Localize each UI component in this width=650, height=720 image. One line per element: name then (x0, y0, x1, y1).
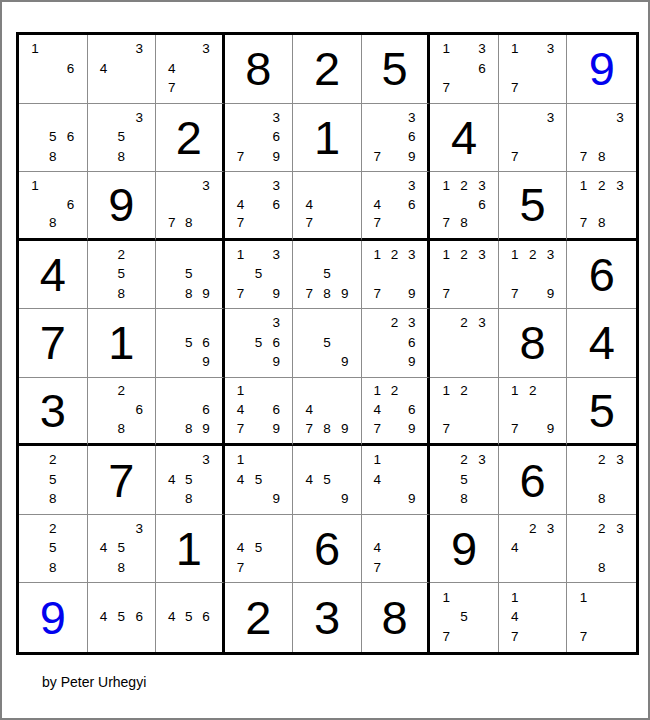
solved-digit: 8 (225, 35, 293, 103)
candidate-digit-slot-5: 5 (44, 127, 62, 147)
candidate-digit-slot-8 (593, 627, 611, 647)
candidate-digit-slot-8 (250, 419, 268, 438)
candidate-digit-slot-4 (95, 264, 113, 284)
candidate-digit-slot-1 (300, 382, 318, 401)
candidates-grid: 37 (499, 104, 567, 172)
candidates-grid: 459 (293, 446, 361, 514)
candidate-digit-slot-9 (542, 558, 560, 578)
candidate-digit-slot-4 (437, 59, 455, 79)
candidate-digit-slot-9 (197, 489, 214, 509)
cell-r3c6[interactable]: 3467 (362, 172, 431, 241)
candidate-digit-slot-4 (163, 195, 180, 214)
cell-r1c3[interactable]: 347 (156, 35, 225, 104)
cell-r8c5[interactable]: 6 (293, 515, 362, 584)
candidate-digit-slot-9 (611, 214, 629, 233)
solved-digit: 4 (430, 104, 498, 172)
candidate-digit-slot-8: 8 (180, 214, 197, 233)
cell-r4c2[interactable]: 258 (88, 241, 157, 310)
candidate-digit-slot-4: 4 (506, 607, 524, 627)
cell-r8c2[interactable]: 3458 (88, 515, 157, 584)
candidate-digit-slot-2 (180, 245, 197, 265)
candidate-digit-slot-6 (336, 333, 354, 353)
cell-r9c3[interactable]: 456 (156, 583, 225, 652)
candidate-digit-slot-5 (386, 470, 403, 490)
candidate-digit-slot-4 (163, 401, 180, 420)
candidates-grid: 3679 (362, 104, 428, 172)
cell-r2c9[interactable]: 378 (567, 104, 636, 173)
candidate-digit-slot-1 (26, 108, 44, 128)
solver-digit: 9 (567, 35, 636, 103)
cell-r7c4[interactable]: 1459 (225, 446, 294, 515)
candidate-digit-slot-4 (437, 195, 455, 214)
candidate-digit-slot-4: 4 (232, 538, 250, 558)
candidate-digit-slot-2 (180, 313, 197, 333)
candidate-digit-slot-6: 6 (267, 127, 285, 147)
candidate-digit-slot-3: 3 (197, 450, 214, 470)
candidate-digit-slot-6 (267, 538, 285, 558)
cell-r2c8[interactable]: 37 (499, 104, 568, 173)
candidate-digit-slot-7: 7 (232, 214, 250, 233)
candidate-digit-slot-1 (163, 587, 180, 607)
candidates-grid: 3458 (156, 446, 222, 514)
candidate-digit-slot-7 (26, 78, 44, 98)
candidate-digit-slot-7 (26, 214, 44, 233)
cell-r7c2[interactable]: 7 (88, 446, 157, 515)
candidates-grid: 1367 (430, 35, 498, 103)
candidate-digit-slot-9 (130, 147, 148, 167)
candidate-digit-slot-4: 4 (369, 195, 386, 214)
cell-r1c1[interactable]: 16 (19, 35, 88, 104)
candidate-digit-slot-6: 6 (197, 607, 214, 627)
candidate-digit-slot-8 (180, 352, 197, 372)
candidate-digit-slot-3 (403, 450, 420, 470)
cell-r7c9[interactable]: 238 (567, 446, 636, 515)
candidate-digit-slot-7: 7 (300, 419, 318, 438)
candidate-digit-slot-1 (300, 450, 318, 470)
candidate-digit-slot-5 (250, 195, 268, 214)
cell-r6c1[interactable]: 3 (19, 378, 88, 447)
candidate-digit-slot-9 (542, 147, 560, 167)
cell-r9c5[interactable]: 3 (293, 583, 362, 652)
cell-r9c7[interactable]: 157 (430, 583, 499, 652)
candidates-grid: 1237 (430, 241, 498, 309)
candidate-digit-slot-8 (524, 147, 542, 167)
cell-r4c3[interactable]: 589 (156, 241, 225, 310)
cell-r2c7[interactable]: 4 (430, 104, 499, 173)
candidate-digit-slot-4 (574, 470, 592, 490)
candidate-digit-slot-5 (524, 127, 542, 147)
candidates-grid: 268 (88, 378, 156, 444)
candidate-digit-slot-1: 1 (574, 176, 592, 195)
candidate-digit-slot-4 (506, 401, 524, 420)
candidate-digit-slot-1: 1 (232, 450, 250, 470)
candidate-digit-slot-9: 9 (336, 352, 354, 372)
candidate-digit-slot-8: 8 (593, 214, 611, 233)
candidate-digit-slot-9: 9 (403, 419, 420, 438)
candidate-digit-slot-7 (300, 352, 318, 372)
cell-r8c1[interactable]: 258 (19, 515, 88, 584)
candidate-digit-slot-7: 7 (369, 284, 386, 304)
candidate-digit-slot-8: 8 (180, 489, 197, 509)
cell-r3c9[interactable]: 12378 (567, 172, 636, 241)
candidate-digit-slot-4 (26, 127, 44, 147)
candidate-digit-slot-1 (163, 39, 180, 59)
candidate-digit-slot-4 (232, 264, 250, 284)
candidate-digit-slot-8 (112, 627, 130, 647)
candidate-digit-slot-3 (336, 382, 354, 401)
candidate-digit-slot-6: 6 (130, 607, 148, 627)
candidate-digit-slot-1 (163, 176, 180, 195)
candidate-digit-slot-2: 2 (112, 382, 130, 401)
candidate-digit-slot-9 (611, 627, 629, 647)
cell-r3c1[interactable]: 168 (19, 172, 88, 241)
candidate-digit-slot-5 (318, 401, 336, 420)
cell-r5c4[interactable]: 3569 (225, 309, 294, 378)
candidates-grid: 13579 (225, 241, 293, 309)
candidate-digit-slot-9: 9 (403, 489, 420, 509)
cell-r4c6[interactable]: 12379 (362, 241, 431, 310)
candidates-grid: 569 (156, 309, 222, 377)
candidate-digit-slot-3 (542, 382, 560, 401)
candidate-digit-slot-1 (95, 108, 113, 128)
candidates-grid: 4789 (293, 378, 361, 444)
candidate-digit-slot-3 (62, 39, 80, 59)
candidate-digit-slot-9: 9 (403, 147, 420, 167)
cell-r5c9[interactable]: 4 (567, 309, 636, 378)
candidate-digit-slot-1 (232, 519, 250, 539)
cell-r7c3[interactable]: 3458 (156, 446, 225, 515)
candidate-digit-slot-6: 6 (267, 333, 285, 353)
cell-r7c7[interactable]: 2358 (430, 446, 499, 515)
candidate-digit-slot-6 (611, 470, 629, 490)
candidate-digit-slot-3 (197, 587, 214, 607)
candidate-digit-slot-8 (386, 214, 403, 233)
cell-r7c5[interactable]: 459 (293, 446, 362, 515)
cell-r7c8[interactable]: 6 (499, 446, 568, 515)
cell-r5c7[interactable]: 23 (430, 309, 499, 378)
cell-r2c3[interactable]: 2 (156, 104, 225, 173)
candidate-digit-slot-1: 1 (232, 245, 250, 265)
candidate-digit-slot-2 (455, 587, 473, 607)
candidate-digit-slot-8 (455, 419, 473, 438)
candidate-digit-slot-2: 2 (524, 519, 542, 539)
candidate-digit-slot-8 (318, 214, 336, 233)
candidate-digit-slot-2: 2 (386, 313, 403, 333)
cell-r3c3[interactable]: 378 (156, 172, 225, 241)
candidate-digit-slot-2 (180, 382, 197, 401)
candidate-digit-slot-6 (542, 127, 560, 147)
cell-r1c4[interactable]: 8 (225, 35, 294, 104)
candidates-grid: 5789 (293, 241, 361, 309)
candidate-digit-slot-4 (437, 607, 455, 627)
candidate-digit-slot-8: 8 (180, 419, 197, 438)
cell-r9c1[interactable]: 9 (19, 583, 88, 652)
candidate-digit-slot-8 (455, 78, 473, 98)
candidate-digit-slot-3 (473, 382, 491, 401)
candidate-digit-slot-7 (26, 147, 44, 167)
cell-r8c7[interactable]: 9 (430, 515, 499, 584)
candidate-digit-slot-8 (524, 284, 542, 304)
cell-r3c4[interactable]: 3467 (225, 172, 294, 241)
cell-r6c3[interactable]: 689 (156, 378, 225, 447)
candidate-digit-slot-5 (593, 607, 611, 627)
candidate-digit-slot-5 (250, 401, 268, 420)
candidate-digit-slot-2 (180, 587, 197, 607)
candidate-digit-slot-8: 8 (593, 147, 611, 167)
candidate-digit-slot-2 (112, 587, 130, 607)
candidate-digit-slot-9 (267, 558, 285, 578)
cell-r5c2[interactable]: 1 (88, 309, 157, 378)
cell-r9c9[interactable]: 17 (567, 583, 636, 652)
cell-r4c9[interactable]: 6 (567, 241, 636, 310)
candidate-digit-slot-7 (95, 284, 113, 304)
candidate-digit-slot-9: 9 (267, 147, 285, 167)
candidate-digit-slot-8 (524, 558, 542, 578)
candidate-digit-slot-4 (163, 333, 180, 353)
candidate-digit-slot-9 (130, 284, 148, 304)
candidate-digit-slot-9: 9 (336, 489, 354, 509)
candidate-digit-slot-9 (130, 78, 148, 98)
candidate-digit-slot-8 (318, 352, 336, 372)
cell-r4c4[interactable]: 13579 (225, 241, 294, 310)
candidate-digit-slot-9 (611, 558, 629, 578)
candidate-digit-slot-2 (180, 176, 197, 195)
candidate-digit-slot-1 (574, 108, 592, 128)
candidate-digit-slot-7 (163, 489, 180, 509)
solved-digit: 5 (362, 35, 428, 103)
candidate-digit-slot-4 (574, 195, 592, 214)
cell-r1c7[interactable]: 1367 (430, 35, 499, 104)
cell-r6c6[interactable]: 124679 (362, 378, 431, 447)
cell-r3c5[interactable]: 47 (293, 172, 362, 241)
candidate-digit-slot-8: 8 (112, 147, 130, 167)
cell-r2c4[interactable]: 3679 (225, 104, 294, 173)
candidates-grid: 157 (430, 583, 498, 652)
candidate-digit-slot-8 (250, 214, 268, 233)
solved-digit: 9 (430, 515, 498, 583)
cell-r2c5[interactable]: 1 (293, 104, 362, 173)
candidate-digit-slot-8 (250, 147, 268, 167)
candidate-digit-slot-3 (267, 450, 285, 470)
candidates-grid: 147 (499, 583, 567, 652)
candidate-digit-slot-5 (455, 59, 473, 79)
candidate-digit-slot-5 (180, 59, 197, 79)
candidates-grid: 123678 (430, 172, 498, 238)
candidate-digit-slot-1: 1 (369, 450, 386, 470)
cell-r1c5[interactable]: 2 (293, 35, 362, 104)
cell-r6c8[interactable]: 1279 (499, 378, 568, 447)
candidate-digit-slot-5: 5 (455, 607, 473, 627)
candidate-digit-slot-9 (62, 489, 80, 509)
cell-r5c3[interactable]: 569 (156, 309, 225, 378)
candidate-digit-slot-3 (130, 587, 148, 607)
cell-r8c9[interactable]: 238 (567, 515, 636, 584)
candidate-digit-slot-2 (112, 39, 130, 59)
cell-r1c6[interactable]: 5 (362, 35, 431, 104)
candidate-digit-slot-4 (506, 127, 524, 147)
cell-r8c4[interactable]: 457 (225, 515, 294, 584)
solved-digit: 3 (293, 583, 361, 652)
cell-r5c5[interactable]: 59 (293, 309, 362, 378)
candidate-digit-slot-7 (300, 489, 318, 509)
candidate-digit-slot-6 (130, 127, 148, 147)
candidate-digit-slot-5: 5 (250, 333, 268, 353)
candidate-digit-slot-7 (95, 419, 113, 438)
candidate-digit-slot-7 (163, 627, 180, 647)
candidates-grid: 3458 (88, 515, 156, 583)
cell-r9c8[interactable]: 147 (499, 583, 568, 652)
candidate-digit-slot-3 (336, 450, 354, 470)
cell-r5c6[interactable]: 2369 (362, 309, 431, 378)
cell-r8c8[interactable]: 234 (499, 515, 568, 584)
candidate-digit-slot-5 (386, 401, 403, 420)
cell-r9c2[interactable]: 456 (88, 583, 157, 652)
candidate-digit-slot-5 (524, 264, 542, 284)
candidate-digit-slot-6 (62, 538, 80, 558)
candidate-digit-slot-8 (524, 419, 542, 438)
cell-r5c8[interactable]: 8 (499, 309, 568, 378)
candidate-digit-slot-3: 3 (403, 176, 420, 195)
candidate-digit-slot-4 (437, 401, 455, 420)
cell-r1c8[interactable]: 137 (499, 35, 568, 104)
candidate-digit-slot-4 (26, 195, 44, 214)
candidate-digit-slot-4: 4 (232, 470, 250, 490)
cell-r2c2[interactable]: 358 (88, 104, 157, 173)
candidates-grid: 1459 (225, 446, 293, 514)
cell-r1c9[interactable]: 9 (567, 35, 636, 104)
candidate-digit-slot-6 (473, 264, 491, 284)
solved-digit: 6 (567, 241, 636, 309)
candidate-digit-slot-2 (386, 450, 403, 470)
candidate-digit-slot-3: 3 (611, 519, 629, 539)
candidate-digit-slot-3: 3 (473, 450, 491, 470)
candidate-digit-slot-1 (506, 108, 524, 128)
cell-r4c1[interactable]: 4 (19, 241, 88, 310)
candidate-digit-slot-7: 7 (506, 284, 524, 304)
candidate-digit-slot-3 (267, 519, 285, 539)
cell-r8c6[interactable]: 47 (362, 515, 431, 584)
candidate-digit-slot-9 (130, 558, 148, 578)
cell-r4c8[interactable]: 12379 (499, 241, 568, 310)
candidate-digit-slot-3 (267, 382, 285, 401)
candidate-digit-slot-6 (403, 538, 420, 558)
candidate-digit-slot-5 (44, 59, 62, 79)
candidate-digit-slot-2 (593, 108, 611, 128)
candidates-grid: 689 (156, 378, 222, 444)
candidate-digit-slot-4 (26, 470, 44, 490)
candidate-digit-slot-9: 9 (403, 352, 420, 372)
candidate-digit-slot-2 (112, 519, 130, 539)
cell-r1c2[interactable]: 34 (88, 35, 157, 104)
candidate-digit-slot-6 (336, 195, 354, 214)
cell-r9c4[interactable]: 2 (225, 583, 294, 652)
cell-r9c6[interactable]: 8 (362, 583, 431, 652)
candidate-digit-slot-1 (163, 313, 180, 333)
candidate-digit-slot-4 (574, 607, 592, 627)
candidate-digit-slot-3: 3 (403, 108, 420, 128)
candidate-digit-slot-9 (130, 419, 148, 438)
candidate-digit-slot-9: 9 (542, 284, 560, 304)
candidate-digit-slot-3 (403, 519, 420, 539)
candidate-digit-slot-8 (386, 284, 403, 304)
candidate-digit-slot-4: 4 (506, 538, 524, 558)
candidate-digit-slot-6 (197, 59, 214, 79)
cell-r3c2[interactable]: 9 (88, 172, 157, 241)
cell-r7c6[interactable]: 149 (362, 446, 431, 515)
cell-r6c2[interactable]: 268 (88, 378, 157, 447)
candidate-digit-slot-3: 3 (197, 39, 214, 59)
candidate-digit-slot-6 (267, 264, 285, 284)
cell-r4c5[interactable]: 5789 (293, 241, 362, 310)
candidate-digit-slot-4 (437, 264, 455, 284)
cell-r5c1[interactable]: 7 (19, 309, 88, 378)
candidate-digit-slot-1 (95, 587, 113, 607)
candidate-digit-slot-1 (26, 450, 44, 470)
candidate-digit-slot-5: 5 (112, 538, 130, 558)
candidate-digit-slot-8 (250, 284, 268, 304)
sudoku-board: 1634347825136713795683582367913679437378… (16, 32, 639, 655)
candidate-digit-slot-7 (437, 489, 455, 509)
candidate-digit-slot-4: 4 (369, 470, 386, 490)
cell-r2c6[interactable]: 3679 (362, 104, 431, 173)
candidates-grid: 568 (19, 104, 87, 172)
candidates-grid: 12379 (362, 241, 428, 309)
candidate-digit-slot-1 (163, 450, 180, 470)
candidate-digit-slot-4: 4 (232, 195, 250, 214)
candidate-digit-slot-2 (250, 176, 268, 195)
candidate-digit-slot-2: 2 (44, 450, 62, 470)
candidate-digit-slot-8 (524, 627, 542, 647)
candidate-digit-slot-6 (130, 538, 148, 558)
solved-digit: 7 (19, 309, 87, 377)
candidate-digit-slot-8 (455, 627, 473, 647)
candidate-digit-slot-4 (506, 59, 524, 79)
candidate-digit-slot-2: 2 (455, 245, 473, 265)
candidate-digit-slot-3 (197, 245, 214, 265)
candidate-digit-slot-7 (232, 352, 250, 372)
cell-r6c7[interactable]: 127 (430, 378, 499, 447)
candidate-digit-slot-8: 8 (318, 419, 336, 438)
candidate-digit-slot-2: 2 (455, 176, 473, 195)
candidate-digit-slot-2 (112, 108, 130, 128)
candidate-digit-slot-3: 3 (542, 245, 560, 265)
candidate-digit-slot-6: 6 (403, 195, 420, 214)
candidate-digit-slot-2: 2 (112, 245, 130, 265)
candidate-digit-slot-2 (524, 587, 542, 607)
candidate-digit-slot-9 (611, 147, 629, 167)
cell-r3c7[interactable]: 123678 (430, 172, 499, 241)
cell-r8c3[interactable]: 1 (156, 515, 225, 584)
cell-r4c7[interactable]: 1237 (430, 241, 499, 310)
cell-r6c9[interactable]: 5 (567, 378, 636, 447)
cell-r2c1[interactable]: 568 (19, 104, 88, 173)
candidates-grid: 589 (156, 241, 222, 309)
candidate-digit-slot-4 (369, 333, 386, 353)
candidate-digit-slot-9 (62, 558, 80, 578)
candidate-digit-slot-5 (386, 127, 403, 147)
candidate-digit-slot-2 (180, 450, 197, 470)
candidate-digit-slot-3 (62, 519, 80, 539)
cell-r7c1[interactable]: 258 (19, 446, 88, 515)
candidate-digit-slot-7: 7 (232, 284, 250, 304)
cell-r6c4[interactable]: 14679 (225, 378, 294, 447)
cell-r6c5[interactable]: 4789 (293, 378, 362, 447)
cell-r3c8[interactable]: 5 (499, 172, 568, 241)
candidate-digit-slot-7 (506, 558, 524, 578)
candidate-digit-slot-3 (197, 313, 214, 333)
candidate-digit-slot-2 (386, 519, 403, 539)
candidate-digit-slot-1 (163, 382, 180, 401)
